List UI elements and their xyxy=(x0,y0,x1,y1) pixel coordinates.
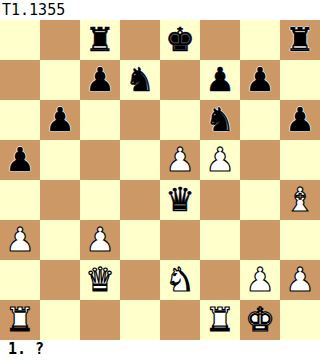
move-prompt: 1. ? xyxy=(8,340,44,359)
square-g8[interactable] xyxy=(240,20,280,60)
square-f6[interactable]: ♞ xyxy=(200,100,240,140)
piece-white-bishop[interactable]: ♝ xyxy=(280,180,320,220)
square-f8[interactable] xyxy=(200,20,240,60)
square-f4[interactable] xyxy=(200,180,240,220)
piece-black-pawn[interactable]: ♟ xyxy=(200,60,240,100)
square-a4[interactable] xyxy=(0,180,40,220)
square-h8[interactable]: ♜ xyxy=(280,20,320,60)
square-c5[interactable] xyxy=(80,140,120,180)
piece-white-pawn[interactable]: ♟ xyxy=(80,220,120,260)
square-e1[interactable] xyxy=(160,300,200,340)
piece-black-pawn[interactable]: ♟ xyxy=(40,100,80,140)
square-g6[interactable] xyxy=(240,100,280,140)
piece-black-pawn[interactable]: ♟ xyxy=(0,140,40,180)
piece-black-knight[interactable]: ♞ xyxy=(120,60,160,100)
square-b7[interactable] xyxy=(40,60,80,100)
piece-white-pawn[interactable]: ♟ xyxy=(200,140,240,180)
square-h6[interactable]: ♟ xyxy=(280,100,320,140)
square-a8[interactable] xyxy=(0,20,40,60)
piece-white-queen[interactable]: ♛ xyxy=(80,260,120,300)
square-c6[interactable] xyxy=(80,100,120,140)
piece-black-king[interactable]: ♚ xyxy=(160,20,200,60)
square-g5[interactable] xyxy=(240,140,280,180)
square-a2[interactable] xyxy=(0,260,40,300)
square-d2[interactable] xyxy=(120,260,160,300)
square-g4[interactable] xyxy=(240,180,280,220)
square-h5[interactable] xyxy=(280,140,320,180)
square-g3[interactable] xyxy=(240,220,280,260)
square-c3[interactable]: ♟ xyxy=(80,220,120,260)
piece-white-pawn[interactable]: ♟ xyxy=(280,260,320,300)
piece-white-rook[interactable]: ♜ xyxy=(0,300,40,340)
square-e2[interactable]: ♞ xyxy=(160,260,200,300)
square-b3[interactable] xyxy=(40,220,80,260)
square-b1[interactable] xyxy=(40,300,80,340)
square-b8[interactable] xyxy=(40,20,80,60)
chess-app-window: T1.1355 ♜♚♜♟♞♟♟♟♞♟♟♟♟♛♝♟♟♛♞♟♟♜♜♚ 1. ? xyxy=(0,0,320,360)
square-h7[interactable] xyxy=(280,60,320,100)
square-f1[interactable]: ♜ xyxy=(200,300,240,340)
square-c8[interactable]: ♜ xyxy=(80,20,120,60)
piece-white-rook[interactable]: ♜ xyxy=(200,300,240,340)
square-f7[interactable]: ♟ xyxy=(200,60,240,100)
square-d1[interactable] xyxy=(120,300,160,340)
square-d3[interactable] xyxy=(120,220,160,260)
square-g2[interactable]: ♟ xyxy=(240,260,280,300)
square-e6[interactable] xyxy=(160,100,200,140)
square-d4[interactable] xyxy=(120,180,160,220)
square-c7[interactable]: ♟ xyxy=(80,60,120,100)
square-b5[interactable] xyxy=(40,140,80,180)
square-b6[interactable]: ♟ xyxy=(40,100,80,140)
square-a1[interactable]: ♜ xyxy=(0,300,40,340)
square-e3[interactable] xyxy=(160,220,200,260)
piece-white-pawn[interactable]: ♟ xyxy=(0,220,40,260)
square-f5[interactable]: ♟ xyxy=(200,140,240,180)
square-a6[interactable] xyxy=(0,100,40,140)
square-e4[interactable]: ♛ xyxy=(160,180,200,220)
square-e8[interactable]: ♚ xyxy=(160,20,200,60)
chess-board: ♜♚♜♟♞♟♟♟♞♟♟♟♟♛♝♟♟♛♞♟♟♜♜♚ xyxy=(0,20,320,340)
square-h3[interactable] xyxy=(280,220,320,260)
square-f2[interactable] xyxy=(200,260,240,300)
square-g7[interactable]: ♟ xyxy=(240,60,280,100)
square-h4[interactable]: ♝ xyxy=(280,180,320,220)
piece-black-knight[interactable]: ♞ xyxy=(200,100,240,140)
piece-black-pawn[interactable]: ♟ xyxy=(80,60,120,100)
square-c2[interactable]: ♛ xyxy=(80,260,120,300)
square-a5[interactable]: ♟ xyxy=(0,140,40,180)
square-b2[interactable] xyxy=(40,260,80,300)
piece-white-pawn[interactable]: ♟ xyxy=(240,260,280,300)
piece-white-knight[interactable]: ♞ xyxy=(160,260,200,300)
piece-black-pawn[interactable]: ♟ xyxy=(280,100,320,140)
square-c4[interactable] xyxy=(80,180,120,220)
square-a7[interactable] xyxy=(0,60,40,100)
square-h1[interactable] xyxy=(280,300,320,340)
square-e7[interactable] xyxy=(160,60,200,100)
square-g1[interactable]: ♚ xyxy=(240,300,280,340)
square-h2[interactable]: ♟ xyxy=(280,260,320,300)
piece-white-king[interactable]: ♚ xyxy=(240,300,280,340)
square-e5[interactable]: ♟ xyxy=(160,140,200,180)
square-d5[interactable] xyxy=(120,140,160,180)
piece-white-pawn[interactable]: ♟ xyxy=(160,140,200,180)
piece-black-pawn[interactable]: ♟ xyxy=(240,60,280,100)
square-d8[interactable] xyxy=(120,20,160,60)
square-a3[interactable]: ♟ xyxy=(0,220,40,260)
square-d7[interactable]: ♞ xyxy=(120,60,160,100)
piece-black-rook[interactable]: ♜ xyxy=(80,20,120,60)
piece-black-queen[interactable]: ♛ xyxy=(160,180,200,220)
piece-black-rook[interactable]: ♜ xyxy=(280,20,320,60)
square-f3[interactable] xyxy=(200,220,240,260)
square-c1[interactable] xyxy=(80,300,120,340)
square-d6[interactable] xyxy=(120,100,160,140)
square-b4[interactable] xyxy=(40,180,80,220)
puzzle-title: T1.1355 xyxy=(2,1,65,19)
